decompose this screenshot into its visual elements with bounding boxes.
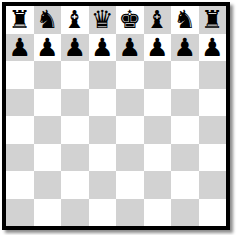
square-g1[interactable] bbox=[171, 199, 199, 227]
square-f6[interactable] bbox=[144, 61, 172, 89]
square-e7[interactable]: ♟ bbox=[116, 34, 144, 62]
square-d7[interactable]: ♟ bbox=[89, 34, 117, 62]
square-h2[interactable] bbox=[199, 171, 227, 199]
square-c7[interactable]: ♟ bbox=[61, 34, 89, 62]
square-e2[interactable] bbox=[116, 171, 144, 199]
square-b8[interactable]: ♞ bbox=[34, 6, 62, 34]
black-knight[interactable]: ♞ bbox=[174, 6, 196, 34]
square-g7[interactable]: ♟ bbox=[171, 34, 199, 62]
square-b6[interactable] bbox=[34, 61, 62, 89]
square-f1[interactable] bbox=[144, 199, 172, 227]
square-g8[interactable]: ♞ bbox=[171, 6, 199, 34]
black-bishop[interactable]: ♝ bbox=[146, 6, 168, 34]
square-d3[interactable] bbox=[89, 144, 117, 172]
square-c4[interactable] bbox=[61, 116, 89, 144]
square-h5[interactable] bbox=[199, 89, 227, 117]
square-d5[interactable] bbox=[89, 89, 117, 117]
square-a8[interactable]: ♜ bbox=[6, 6, 34, 34]
square-a7[interactable]: ♟ bbox=[6, 34, 34, 62]
chess-board: ♜♞♝♛♚♝♞♜♟♟♟♟♟♟♟♟ bbox=[2, 2, 230, 230]
square-g3[interactable] bbox=[171, 144, 199, 172]
square-f3[interactable] bbox=[144, 144, 172, 172]
square-g4[interactable] bbox=[171, 116, 199, 144]
square-b3[interactable] bbox=[34, 144, 62, 172]
square-a4[interactable] bbox=[6, 116, 34, 144]
square-g6[interactable] bbox=[171, 61, 199, 89]
black-king[interactable]: ♚ bbox=[119, 6, 141, 34]
square-h7[interactable]: ♟ bbox=[199, 34, 227, 62]
square-b4[interactable] bbox=[34, 116, 62, 144]
square-g5[interactable] bbox=[171, 89, 199, 117]
black-pawn[interactable]: ♟ bbox=[174, 34, 196, 62]
square-h3[interactable] bbox=[199, 144, 227, 172]
square-a5[interactable] bbox=[6, 89, 34, 117]
square-d1[interactable] bbox=[89, 199, 117, 227]
black-pawn[interactable]: ♟ bbox=[9, 34, 31, 62]
square-c6[interactable] bbox=[61, 61, 89, 89]
square-e8[interactable]: ♚ bbox=[116, 6, 144, 34]
square-d8[interactable]: ♛ bbox=[89, 6, 117, 34]
square-f7[interactable]: ♟ bbox=[144, 34, 172, 62]
black-bishop[interactable]: ♝ bbox=[64, 6, 86, 34]
black-rook[interactable]: ♜ bbox=[9, 6, 31, 34]
square-h1[interactable] bbox=[199, 199, 227, 227]
square-h4[interactable] bbox=[199, 116, 227, 144]
square-c5[interactable] bbox=[61, 89, 89, 117]
square-b1[interactable] bbox=[34, 199, 62, 227]
square-d6[interactable] bbox=[89, 61, 117, 89]
square-d4[interactable] bbox=[89, 116, 117, 144]
square-h8[interactable]: ♜ bbox=[199, 6, 227, 34]
black-rook[interactable]: ♜ bbox=[201, 6, 223, 34]
square-c8[interactable]: ♝ bbox=[61, 6, 89, 34]
square-e5[interactable] bbox=[116, 89, 144, 117]
square-e6[interactable] bbox=[116, 61, 144, 89]
square-d2[interactable] bbox=[89, 171, 117, 199]
black-pawn[interactable]: ♟ bbox=[36, 34, 58, 62]
square-c2[interactable] bbox=[61, 171, 89, 199]
square-b5[interactable] bbox=[34, 89, 62, 117]
square-a1[interactable] bbox=[6, 199, 34, 227]
square-f8[interactable]: ♝ bbox=[144, 6, 172, 34]
square-a3[interactable] bbox=[6, 144, 34, 172]
black-queen[interactable]: ♛ bbox=[91, 6, 113, 34]
square-e3[interactable] bbox=[116, 144, 144, 172]
square-c3[interactable] bbox=[61, 144, 89, 172]
square-e4[interactable] bbox=[116, 116, 144, 144]
square-b7[interactable]: ♟ bbox=[34, 34, 62, 62]
chess-diagram-page: ♜♞♝♛♚♝♞♜♟♟♟♟♟♟♟♟ bbox=[0, 0, 238, 235]
black-pawn[interactable]: ♟ bbox=[91, 34, 113, 62]
square-f4[interactable] bbox=[144, 116, 172, 144]
square-h6[interactable] bbox=[199, 61, 227, 89]
black-pawn[interactable]: ♟ bbox=[146, 34, 168, 62]
black-pawn[interactable]: ♟ bbox=[201, 34, 223, 62]
square-b2[interactable] bbox=[34, 171, 62, 199]
black-knight[interactable]: ♞ bbox=[36, 6, 58, 34]
square-f2[interactable] bbox=[144, 171, 172, 199]
square-a2[interactable] bbox=[6, 171, 34, 199]
square-g2[interactable] bbox=[171, 171, 199, 199]
square-e1[interactable] bbox=[116, 199, 144, 227]
square-a6[interactable] bbox=[6, 61, 34, 89]
square-c1[interactable] bbox=[61, 199, 89, 227]
black-pawn[interactable]: ♟ bbox=[64, 34, 86, 62]
black-pawn[interactable]: ♟ bbox=[119, 34, 141, 62]
square-f5[interactable] bbox=[144, 89, 172, 117]
